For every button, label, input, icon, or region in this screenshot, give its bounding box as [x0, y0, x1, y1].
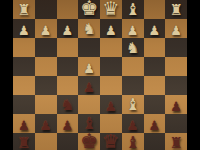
black-pawn-f7[interactable]: ♟: [57, 119, 79, 132]
black-king-e8[interactable]: ♚: [78, 131, 100, 150]
white-pawn-f2[interactable]: ♟: [57, 24, 79, 37]
black-pawn-c7[interactable]: ♟: [122, 119, 144, 132]
letterbox-right: [187, 0, 200, 150]
black-pawn-g7[interactable]: ♟: [35, 119, 57, 132]
black-pawn-e5[interactable]: ♟: [78, 81, 100, 94]
white-pawn-d2[interactable]: ♟: [100, 24, 122, 37]
white-queen-d1[interactable]: ♛: [100, 0, 122, 18]
black-pawn-b7[interactable]: ♟: [144, 119, 166, 132]
white-pawn-b2[interactable]: ♟: [144, 24, 166, 37]
black-knight-f6[interactable]: ♞: [57, 98, 79, 113]
white-rook-h1[interactable]: ♜: [13, 3, 35, 18]
black-queen-d8[interactable]: ♛: [100, 132, 122, 150]
app-background: ♜♝♛♚♜♟♟♟♟♞♟♟♟♞♟♟♝♟♟♞♟♟♝♟♟♟♜♝♛♚♜: [0, 0, 200, 150]
white-pawn-g2[interactable]: ♟: [35, 24, 57, 37]
white-knight-c3[interactable]: ♞: [122, 41, 144, 56]
white-pawn-c2[interactable]: ♟: [122, 24, 144, 37]
white-bishop-c6[interactable]: ♝: [122, 97, 144, 113]
white-rook-a1[interactable]: ♜: [165, 3, 187, 18]
white-knight-e2[interactable]: ♞: [78, 22, 100, 37]
chess-board: ♜♝♛♚♜♟♟♟♟♞♟♟♟♞♟♟♝♟♟♞♟♟♝♟♟♟♜♝♛♚♜: [13, 0, 187, 150]
black-pawn-d6[interactable]: ♟: [100, 100, 122, 113]
black-pawn-h7[interactable]: ♟: [13, 119, 35, 132]
white-bishop-c1[interactable]: ♝: [122, 2, 144, 18]
white-king-e1[interactable]: ♚: [78, 0, 100, 18]
black-pawn-a6[interactable]: ♟: [165, 100, 187, 113]
black-rook-h8[interactable]: ♜: [13, 136, 35, 150]
black-bishop-c8[interactable]: ♝: [122, 135, 144, 150]
black-rook-a8[interactable]: ♜: [165, 136, 187, 150]
piece-layer: ♜♝♛♚♜♟♟♟♟♞♟♟♟♞♟♟♝♟♟♞♟♟♝♟♟♟♜♝♛♚♜: [13, 0, 187, 150]
white-pawn-e4[interactable]: ♟: [78, 62, 100, 75]
letterbox-left: [0, 0, 13, 150]
white-pawn-h2[interactable]: ♟: [13, 24, 35, 37]
white-pawn-a2[interactable]: ♟: [165, 24, 187, 37]
